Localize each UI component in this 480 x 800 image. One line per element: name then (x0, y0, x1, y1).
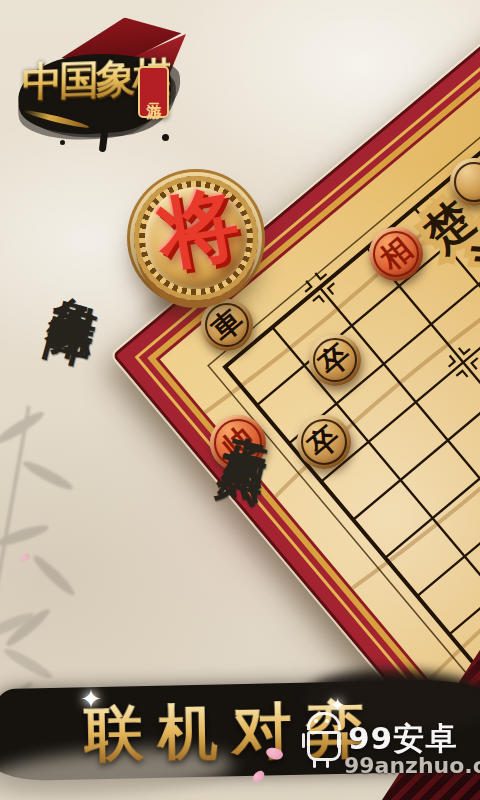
splash-screen: 楚 河 相 車 卒 卒 帅 将 象棋似布阵 点子如点兵 联机对弈 ✦ ✦ (0, 0, 480, 800)
logo-seal: 元游 (138, 66, 169, 118)
sparkle-icon: ✦ (80, 684, 102, 714)
piece-black-chariot: 車 (201, 299, 253, 351)
tagline-column-1: 象棋似布阵 (54, 254, 121, 294)
watermark-site-domain: 99anzhuo.com (344, 753, 480, 778)
piece-black-soldier: 卒 (309, 334, 361, 386)
app-logo: 中国象棋 元游 (10, 18, 200, 153)
piece-red-elephant: 相 (369, 227, 423, 281)
android-robot-icon (300, 712, 346, 774)
piece-black-soldier: 卒 (297, 415, 351, 469)
showpiece-general: 将 (134, 176, 258, 300)
